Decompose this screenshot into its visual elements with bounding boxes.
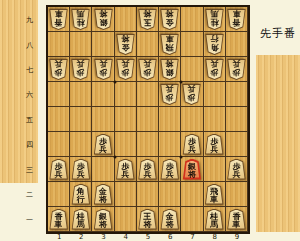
- file-label: 2: [70, 233, 92, 241]
- board-cell[interactable]: [226, 82, 248, 107]
- piece-kanji-char: 将: [99, 195, 107, 204]
- shogi-piece-gote[interactable]: 歩兵: [49, 159, 68, 180]
- piece-kanji: 金将: [160, 10, 179, 27]
- shogi-piece-gote[interactable]: 飛車: [205, 184, 224, 205]
- board-cell[interactable]: [137, 82, 159, 107]
- board-cell[interactable]: [92, 157, 114, 182]
- board-cell[interactable]: 歩兵: [181, 82, 203, 107]
- rank-label: 九: [23, 7, 36, 32]
- piece-kanji-char: 行: [210, 35, 218, 44]
- file-label: 7: [181, 233, 203, 241]
- board-cell[interactable]: 歩兵: [137, 157, 159, 182]
- piece-kanji: 歩兵: [138, 162, 157, 179]
- shogi-piece-gote[interactable]: 歩兵: [182, 134, 201, 155]
- piece-kanji-char: 桂: [210, 18, 218, 27]
- board-cell[interactable]: 歩兵: [70, 157, 92, 182]
- rank-label: 三: [23, 157, 36, 182]
- shogi-piece-gote[interactable]: 香車: [227, 209, 246, 230]
- board-cell[interactable]: [181, 107, 203, 132]
- board-cell[interactable]: 銀将: [92, 207, 114, 232]
- shogi-piece-gote[interactable]: 王将: [138, 209, 157, 230]
- piece-kanji-char: 兵: [210, 145, 218, 154]
- board-cell[interactable]: 銀将: [181, 157, 203, 182]
- board-cell[interactable]: [137, 182, 159, 207]
- rank-label: 一: [23, 207, 36, 232]
- star-point: [180, 80, 183, 83]
- file-label: 8: [204, 233, 226, 241]
- rank-label: 五: [23, 107, 36, 132]
- board-cell[interactable]: 香車: [48, 207, 70, 232]
- piece-kanji: 歩兵: [94, 60, 113, 77]
- board-cell[interactable]: [48, 132, 70, 157]
- piece-kanji-char: 歩: [121, 68, 129, 77]
- shogi-piece-sente[interactable]: 歩兵: [227, 59, 246, 80]
- shogi-piece-gote[interactable]: 銀将: [182, 159, 201, 180]
- piece-kanji-char: 車: [55, 10, 63, 19]
- shogi-piece-gote[interactable]: 歩兵: [205, 134, 224, 155]
- piece-kanji-char: 兵: [77, 170, 85, 179]
- piece-kanji: 歩兵: [160, 85, 179, 102]
- shogi-piece-sente[interactable]: 角行: [205, 34, 224, 55]
- board-cell[interactable]: [137, 132, 159, 157]
- board-cell[interactable]: 桂馬: [70, 207, 92, 232]
- board-cell[interactable]: [115, 132, 137, 157]
- piece-kanji-char: 兵: [143, 60, 151, 69]
- piece-kanji: 歩兵: [138, 60, 157, 77]
- piece-kanji: 角行: [205, 35, 224, 52]
- shogi-piece-sente[interactable]: 桂馬: [71, 9, 90, 30]
- shogi-piece-gote[interactable]: 歩兵: [227, 159, 246, 180]
- piece-kanji-char: 兵: [99, 145, 107, 154]
- board-cell[interactable]: [159, 107, 181, 132]
- board-cell[interactable]: 歩兵: [137, 57, 159, 82]
- board-cell[interactable]: [70, 82, 92, 107]
- board-cell[interactable]: 金将: [92, 182, 114, 207]
- rank-labels: 九八七六五四三二一: [23, 7, 36, 232]
- shogi-piece-sente[interactable]: 香車: [49, 9, 68, 30]
- board-cell[interactable]: 歩兵: [226, 57, 248, 82]
- piece-kanji: 歩兵: [71, 60, 90, 77]
- shogi-board[interactable]: 香車桂馬銀将玉将金将桂馬香車金将飛車角行歩兵歩兵歩兵歩兵歩兵銀将歩兵歩兵歩兵歩兵…: [46, 5, 250, 234]
- board-cell[interactable]: [159, 182, 181, 207]
- piece-kanji: 歩兵: [94, 137, 113, 154]
- board-cell[interactable]: [181, 32, 203, 57]
- file-labels: 123456789: [48, 233, 248, 241]
- rank-label: 六: [23, 82, 36, 107]
- piece-kanji: 銀将: [94, 212, 113, 229]
- shogi-piece-gote[interactable]: 桂馬: [71, 209, 90, 230]
- board-cell[interactable]: [70, 107, 92, 132]
- board-cell[interactable]: 歩兵: [181, 132, 203, 157]
- piece-kanji: 桂馬: [205, 212, 224, 229]
- piece-kanji-char: 将: [166, 220, 174, 229]
- piece-kanji-char: 歩: [166, 93, 174, 102]
- board-cell[interactable]: [92, 32, 114, 57]
- piece-kanji: 桂馬: [205, 10, 224, 27]
- board-cell[interactable]: 飛車: [204, 182, 226, 207]
- piece-kanji-char: 馬: [77, 10, 85, 19]
- shogi-piece-gote[interactable]: 歩兵: [116, 159, 135, 180]
- board-cell[interactable]: 歩兵: [70, 57, 92, 82]
- piece-kanji: 桂馬: [71, 212, 90, 229]
- board-cell[interactable]: 桂馬: [204, 207, 226, 232]
- shogi-piece-gote[interactable]: 角行: [71, 184, 90, 205]
- board-cell[interactable]: 角行: [70, 182, 92, 207]
- piece-kanji-char: 歩: [210, 68, 218, 77]
- board-cell[interactable]: [48, 82, 70, 107]
- board-cell[interactable]: 桂馬: [70, 7, 92, 32]
- board-cell[interactable]: [92, 107, 114, 132]
- board-cell[interactable]: 香車: [226, 7, 248, 32]
- board-cell[interactable]: [159, 132, 181, 157]
- board-cell[interactable]: 飛車: [159, 32, 181, 57]
- board-cell[interactable]: [181, 57, 203, 82]
- shogi-piece-sente[interactable]: 歩兵: [182, 84, 201, 105]
- piece-kanji: 歩兵: [205, 60, 224, 77]
- shogi-piece-sente[interactable]: 歩兵: [71, 59, 90, 80]
- rank-label: 八: [23, 32, 36, 57]
- board-cell[interactable]: 歩兵: [48, 57, 70, 82]
- shogi-piece-sente[interactable]: 歩兵: [138, 59, 157, 80]
- board-cell[interactable]: 銀将: [159, 57, 181, 82]
- board-cell[interactable]: 歩兵: [226, 157, 248, 182]
- board-cell[interactable]: 香車: [48, 7, 70, 32]
- piece-kanji-char: 兵: [188, 145, 196, 154]
- board-cell[interactable]: [204, 107, 226, 132]
- board-cell[interactable]: [48, 182, 70, 207]
- shogi-piece-gote[interactable]: 香車: [49, 209, 68, 230]
- board-cell[interactable]: [48, 107, 70, 132]
- shogi-piece-gote[interactable]: 桂馬: [205, 209, 224, 230]
- piece-kanji: 飛車: [160, 35, 179, 52]
- piece-kanji-char: 兵: [232, 60, 240, 69]
- piece-kanji: 香車: [227, 10, 246, 27]
- piece-kanji: 歩兵: [182, 137, 201, 154]
- board-cell[interactable]: [115, 82, 137, 107]
- piece-kanji: 香車: [49, 10, 68, 27]
- piece-kanji-char: 香: [232, 18, 240, 27]
- piece-kanji-char: 飛: [166, 43, 174, 52]
- board-cell[interactable]: [115, 7, 137, 32]
- board-cell[interactable]: 歩兵: [159, 157, 181, 182]
- piece-kanji-char: 玉: [143, 18, 151, 27]
- piece-kanji-char: 車: [232, 220, 240, 229]
- piece-kanji-char: 兵: [166, 85, 174, 94]
- shogi-piece-sente[interactable]: 歩兵: [94, 59, 113, 80]
- board-cell[interactable]: 銀将: [92, 7, 114, 32]
- shogi-piece-sente[interactable]: 銀将: [94, 9, 113, 30]
- piece-kanji: 玉将: [138, 10, 157, 27]
- shogi-piece-sente[interactable]: 銀将: [160, 59, 179, 80]
- board-cell[interactable]: 歩兵: [204, 57, 226, 82]
- board-cell[interactable]: [204, 157, 226, 182]
- piece-kanji-char: 将: [121, 35, 129, 44]
- shogi-app: 先手番 九八七六五四三二一 123456789 香車桂馬銀将玉将金将桂馬香車金将…: [0, 0, 300, 241]
- board-cell[interactable]: [226, 107, 248, 132]
- shogi-piece-sente[interactable]: 飛車: [160, 34, 179, 55]
- board-cell[interactable]: 歩兵: [92, 57, 114, 82]
- board-cell[interactable]: 桂馬: [204, 7, 226, 32]
- piece-kanji-char: 兵: [55, 60, 63, 69]
- piece-kanji-char: 香: [55, 18, 63, 27]
- piece-kanji-char: 歩: [99, 68, 107, 77]
- piece-kanji: 金将: [94, 187, 113, 204]
- board-cell[interactable]: [226, 132, 248, 157]
- file-label: 5: [137, 233, 159, 241]
- file-label: 1: [48, 233, 70, 241]
- shogi-piece-sente[interactable]: 歩兵: [116, 59, 135, 80]
- shogi-piece-sente[interactable]: 歩兵: [49, 59, 68, 80]
- shogi-piece-sente[interactable]: 歩兵: [160, 84, 179, 105]
- piece-kanji: 歩兵: [116, 162, 135, 179]
- file-label: 3: [92, 233, 114, 241]
- board-cell[interactable]: [92, 82, 114, 107]
- piece-kanji: 角行: [71, 187, 90, 204]
- piece-kanji-char: 歩: [77, 68, 85, 77]
- board-cell[interactable]: 歩兵: [204, 132, 226, 157]
- star-point: [180, 155, 183, 158]
- shogi-piece-sente[interactable]: 玉将: [138, 9, 157, 30]
- piece-kanji-char: 銀: [99, 18, 107, 27]
- board-cell[interactable]: 金将: [159, 7, 181, 32]
- piece-kanji: 歩兵: [182, 85, 201, 102]
- piece-kanji: 飛車: [205, 187, 224, 204]
- shogi-piece-gote[interactable]: 歩兵: [71, 159, 90, 180]
- shogi-piece-sente[interactable]: 金将: [116, 34, 135, 55]
- piece-kanji: 香車: [49, 212, 68, 229]
- piece-kanji: 歩兵: [49, 60, 68, 77]
- piece-kanji-char: 将: [166, 60, 174, 69]
- piece-kanji: 銀将: [182, 162, 201, 179]
- piece-kanji-char: 将: [166, 10, 174, 19]
- shogi-piece-gote[interactable]: 銀将: [94, 209, 113, 230]
- piece-kanji-char: 桂: [77, 18, 85, 27]
- rank-label: 二: [23, 182, 36, 207]
- file-label: 9: [226, 233, 248, 241]
- board-cell[interactable]: 王将: [137, 207, 159, 232]
- shogi-piece-gote[interactable]: 歩兵: [94, 134, 113, 155]
- board-cell[interactable]: 香車: [226, 207, 248, 232]
- board-cell[interactable]: [181, 207, 203, 232]
- board-cell[interactable]: 歩兵: [92, 132, 114, 157]
- piece-kanji-char: 車: [55, 220, 63, 229]
- board-cell[interactable]: [115, 182, 137, 207]
- piece-kanji: 歩兵: [49, 162, 68, 179]
- file-label: 4: [115, 233, 137, 241]
- shogi-piece-sente[interactable]: 桂馬: [205, 9, 224, 30]
- board-cell[interactable]: [226, 182, 248, 207]
- piece-kanji: 歩兵: [160, 162, 179, 179]
- board-cell[interactable]: [137, 32, 159, 57]
- shogi-piece-gote[interactable]: 金将: [160, 209, 179, 230]
- piece-kanji-char: 兵: [166, 170, 174, 179]
- rank-label: 四: [23, 132, 36, 157]
- board-cell[interactable]: 歩兵: [115, 57, 137, 82]
- piece-kanji-char: 兵: [121, 170, 129, 179]
- piece-kanji-char: 歩: [143, 68, 151, 77]
- piece-kanji: 歩兵: [205, 137, 224, 154]
- piece-kanji: 香車: [227, 212, 246, 229]
- shogi-piece-sente[interactable]: 香車: [227, 9, 246, 30]
- rank-label: 七: [23, 57, 36, 82]
- star-point: [113, 155, 116, 158]
- board-cell[interactable]: 玉将: [137, 7, 159, 32]
- board-cell[interactable]: 歩兵: [159, 82, 181, 107]
- piece-kanji: 銀将: [94, 10, 113, 27]
- piece-kanji: 桂馬: [71, 10, 90, 27]
- piece-kanji: 歩兵: [227, 60, 246, 77]
- piece-kanji-char: 兵: [210, 60, 218, 69]
- board-cell[interactable]: [115, 207, 137, 232]
- piece-kanji-char: 車: [166, 35, 174, 44]
- shogi-piece-gote[interactable]: 歩兵: [138, 159, 157, 180]
- piece-kanji: 歩兵: [227, 162, 246, 179]
- piece-kanji: 王将: [138, 212, 157, 229]
- board-cell[interactable]: 金将: [159, 207, 181, 232]
- board-cell[interactable]: [48, 32, 70, 57]
- board-cell[interactable]: [181, 182, 203, 207]
- piece-kanji-char: 将: [99, 220, 107, 229]
- piece-kanji-char: 将: [143, 220, 151, 229]
- board-cell[interactable]: [204, 82, 226, 107]
- board-cell[interactable]: 歩兵: [48, 157, 70, 182]
- piece-kanji-char: 馬: [210, 220, 218, 229]
- piece-kanji-char: 兵: [121, 60, 129, 69]
- file-label: 6: [159, 233, 181, 241]
- piece-kanji: 歩兵: [71, 162, 90, 179]
- piece-kanji-char: 金: [121, 43, 129, 52]
- piece-kanji-char: 歩: [55, 68, 63, 77]
- piece-kanji-char: 金: [166, 18, 174, 27]
- shogi-piece-sente[interactable]: 歩兵: [205, 59, 224, 80]
- piece-kanji-char: 兵: [55, 170, 63, 179]
- piece-kanji-char: 将: [143, 10, 151, 19]
- board-cell[interactable]: 角行: [204, 32, 226, 57]
- piece-kanji-char: 車: [210, 195, 218, 204]
- piece-kanji-char: 兵: [99, 60, 107, 69]
- piece-kanji-char: 兵: [77, 60, 85, 69]
- piece-kanji-char: 兵: [188, 85, 196, 94]
- piece-kanji: 銀将: [160, 60, 179, 77]
- piece-kanji-char: 将: [99, 10, 107, 19]
- piece-kanji-char: 角: [210, 43, 218, 52]
- piece-kanji: 金将: [160, 212, 179, 229]
- piece-kanji-char: 馬: [77, 220, 85, 229]
- board-cell[interactable]: [137, 107, 159, 132]
- piece-kanji-char: 歩: [232, 68, 240, 77]
- shogi-piece-gote[interactable]: 金将: [94, 184, 113, 205]
- piece-kanji-char: 歩: [188, 93, 196, 102]
- board-cell[interactable]: [226, 32, 248, 57]
- piece-kanji-char: 銀: [166, 68, 174, 77]
- piece-kanji-char: 行: [77, 195, 85, 204]
- board-cell[interactable]: [70, 132, 92, 157]
- shogi-piece-sente[interactable]: 金将: [160, 9, 179, 30]
- piece-kanji-char: 車: [232, 10, 240, 19]
- board-cell[interactable]: [70, 32, 92, 57]
- piece-kanji-char: 兵: [232, 170, 240, 179]
- star-point: [113, 80, 116, 83]
- board-cell[interactable]: 金将: [115, 32, 137, 57]
- board-cell[interactable]: 歩兵: [115, 157, 137, 182]
- piece-kanji-char: 馬: [210, 10, 218, 19]
- shogi-piece-gote[interactable]: 歩兵: [160, 159, 179, 180]
- piece-kanji-char: 兵: [143, 170, 151, 179]
- komadai-right: [256, 55, 300, 232]
- board-cell[interactable]: [115, 107, 137, 132]
- board-cell[interactable]: [181, 7, 203, 32]
- piece-kanji-char: 将: [188, 170, 196, 179]
- piece-kanji: 金将: [116, 35, 135, 52]
- piece-kanji: 歩兵: [116, 60, 135, 77]
- turn-indicator: 先手番: [260, 26, 296, 41]
